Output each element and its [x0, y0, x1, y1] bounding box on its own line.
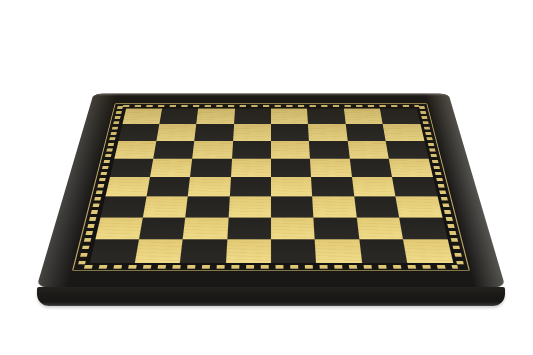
square-f4[interactable] [311, 177, 354, 197]
square-b5[interactable] [150, 158, 193, 177]
square-a2[interactable] [95, 217, 143, 239]
square-b2[interactable] [139, 217, 186, 239]
square-c2[interactable] [183, 217, 228, 239]
square-b4[interactable] [146, 177, 190, 197]
square-a6[interactable] [114, 141, 156, 159]
square-d5[interactable] [231, 158, 271, 177]
square-f1[interactable] [315, 239, 362, 262]
square-h5[interactable] [389, 158, 433, 177]
square-e2[interactable] [271, 217, 315, 239]
square-d1[interactable] [226, 239, 271, 262]
square-g2[interactable] [357, 217, 404, 239]
square-e5[interactable] [271, 158, 311, 177]
square-c3[interactable] [185, 197, 229, 218]
square-a4[interactable] [105, 177, 150, 197]
square-b6[interactable] [153, 141, 194, 159]
square-f2[interactable] [314, 217, 359, 239]
square-a7[interactable] [118, 124, 159, 141]
square-a5[interactable] [110, 158, 154, 177]
square-c5[interactable] [190, 158, 231, 177]
square-h6[interactable] [386, 141, 428, 159]
square-c6[interactable] [192, 141, 232, 159]
square-g4[interactable] [352, 177, 396, 197]
square-b8[interactable] [159, 108, 198, 124]
square-b1[interactable] [135, 239, 183, 262]
square-e3[interactable] [271, 197, 314, 218]
board-front-edge [37, 287, 505, 306]
square-d3[interactable] [228, 197, 271, 218]
photo-background [0, 0, 533, 355]
square-d8[interactable] [234, 108, 271, 124]
frame-far-edge-highlight [93, 93, 449, 96]
square-h1[interactable] [403, 239, 453, 262]
square-c7[interactable] [195, 124, 234, 141]
square-b3[interactable] [143, 197, 188, 218]
square-f6[interactable] [309, 141, 349, 159]
square-d6[interactable] [232, 141, 271, 159]
square-h7[interactable] [383, 124, 424, 141]
chessboard [36, 93, 505, 288]
square-h3[interactable] [396, 197, 442, 218]
square-e7[interactable] [271, 124, 309, 141]
square-g5[interactable] [350, 158, 393, 177]
square-f7[interactable] [308, 124, 347, 141]
square-e1[interactable] [271, 239, 316, 262]
square-f8[interactable] [307, 108, 345, 124]
board-frame [36, 93, 505, 288]
square-a1[interactable] [89, 239, 139, 262]
square-e6[interactable] [271, 141, 310, 159]
square-a3[interactable] [100, 197, 146, 218]
square-h2[interactable] [399, 217, 447, 239]
square-g7[interactable] [346, 124, 386, 141]
square-a8[interactable] [122, 108, 162, 124]
square-c4[interactable] [188, 177, 231, 197]
inlay-dash-bottom [77, 265, 465, 269]
square-g8[interactable] [344, 108, 383, 124]
square-g3[interactable] [354, 197, 399, 218]
square-d4[interactable] [229, 177, 271, 197]
square-h8[interactable] [380, 108, 420, 124]
square-g6[interactable] [347, 141, 388, 159]
square-f3[interactable] [313, 197, 357, 218]
square-g1[interactable] [359, 239, 407, 262]
square-c8[interactable] [196, 108, 234, 124]
square-d7[interactable] [233, 124, 271, 141]
playing-field [89, 108, 452, 263]
square-f5[interactable] [310, 158, 351, 177]
square-b7[interactable] [156, 124, 196, 141]
square-d2[interactable] [227, 217, 271, 239]
square-h4[interactable] [392, 177, 437, 197]
square-e8[interactable] [271, 108, 308, 124]
square-e4[interactable] [271, 177, 313, 197]
square-c1[interactable] [180, 239, 227, 262]
